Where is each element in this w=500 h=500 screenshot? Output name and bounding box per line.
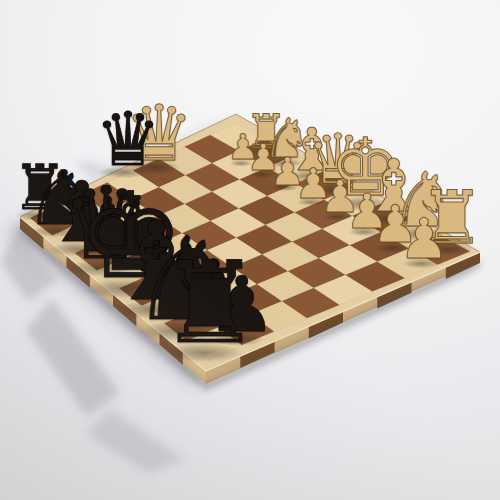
piece-white-pawn-h2[interactable]: ♟ [424, 265, 474, 321]
white-pawn-icon: ♟ [399, 211, 449, 267]
chess-set-photo: Angled photo of a wooden Staunton chess … [0, 0, 500, 500]
black-rook-icon: ♜ [159, 246, 261, 360]
piece-black-rook-h8[interactable]: ♜ [210, 355, 312, 469]
